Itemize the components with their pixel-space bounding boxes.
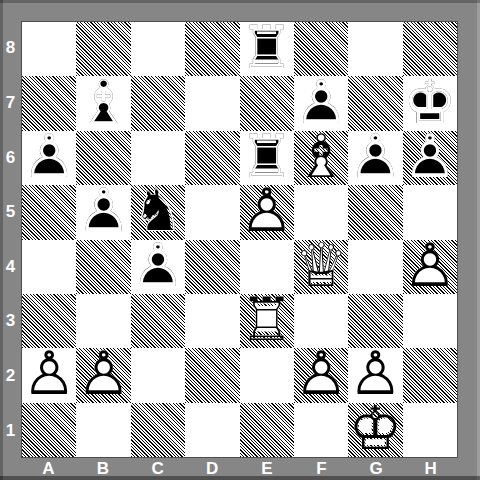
- file-label-e: E: [240, 458, 295, 479]
- black-pawn-icon: ♙: [22, 126, 76, 186]
- square-g6[interactable]: ♟♙: [348, 131, 402, 185]
- piece-white-pawn[interactable]: ♟♙: [348, 348, 402, 402]
- black-bishop-icon: ♗: [77, 71, 131, 131]
- rank-label-6: 6: [0, 130, 21, 185]
- square-d3[interactable]: [185, 294, 239, 348]
- square-e6[interactable]: ♜♖: [240, 131, 294, 185]
- white-rook-silhouette: ♜: [240, 289, 294, 349]
- piece-white-queen[interactable]: ♛♕: [294, 240, 348, 294]
- white-king-icon: ♔: [349, 397, 403, 457]
- square-f4[interactable]: ♛♕: [294, 240, 348, 294]
- square-d1[interactable]: [185, 403, 239, 457]
- square-a3[interactable]: [22, 294, 76, 348]
- square-e8[interactable]: ♜♖: [240, 22, 294, 76]
- white-rook-icon: ♖: [240, 289, 294, 349]
- square-e3[interactable]: ♜♖: [240, 294, 294, 348]
- square-b4[interactable]: [76, 240, 130, 294]
- square-g4[interactable]: [348, 240, 402, 294]
- piece-white-pawn[interactable]: ♟♙: [240, 185, 294, 239]
- black-bishop-silhouette: ♝: [77, 71, 131, 131]
- square-c3[interactable]: [131, 294, 185, 348]
- white-pawn-silhouette: ♟: [403, 234, 457, 294]
- square-f8[interactable]: [294, 22, 348, 76]
- rank-label-5: 5: [0, 185, 21, 240]
- square-d2[interactable]: [185, 348, 239, 402]
- square-a1[interactable]: [22, 403, 76, 457]
- file-labels: ABCDEFGH: [21, 458, 458, 479]
- black-pawn-silhouette: ♟: [22, 126, 76, 186]
- file-label-g: G: [349, 458, 404, 479]
- piece-black-pawn[interactable]: ♟♙: [348, 131, 402, 185]
- piece-white-pawn[interactable]: ♟♙: [76, 348, 130, 402]
- square-b2[interactable]: ♟♙: [76, 348, 130, 402]
- square-c7[interactable]: [131, 76, 185, 130]
- square-d5[interactable]: [185, 185, 239, 239]
- rank-label-3: 3: [0, 294, 21, 349]
- piece-black-pawn[interactable]: ♟♙: [131, 240, 185, 294]
- black-pawn-icon: ♙: [294, 71, 348, 131]
- white-king-silhouette: ♚: [349, 397, 403, 457]
- file-label-d: D: [185, 458, 240, 479]
- square-c8[interactable]: [131, 22, 185, 76]
- black-rook-silhouette: ♜: [240, 17, 294, 77]
- square-a6[interactable]: ♟♙: [22, 131, 76, 185]
- piece-black-pawn[interactable]: ♟♙: [76, 185, 130, 239]
- square-f3[interactable]: [294, 294, 348, 348]
- square-g5[interactable]: [348, 185, 402, 239]
- square-h1[interactable]: [403, 403, 457, 457]
- black-pawn-silhouette: ♟: [349, 126, 403, 186]
- piece-white-pawn[interactable]: ♟♙: [294, 348, 348, 402]
- square-h2[interactable]: [403, 348, 457, 402]
- square-c2[interactable]: [131, 348, 185, 402]
- black-pawn-icon: ♙: [349, 126, 403, 186]
- black-pawn-silhouette: ♟: [77, 180, 131, 240]
- square-a5[interactable]: [22, 185, 76, 239]
- black-pawn-icon: ♙: [403, 126, 457, 186]
- file-label-a: A: [21, 458, 76, 479]
- board-frame: 87654321 ABCDEFGH ♜♖♝♗♟♙♚♔♟♙♜♖♝♗♟♙♟♙♟♙♞♘…: [0, 0, 480, 480]
- white-pawn-icon: ♙: [294, 343, 348, 403]
- square-a4[interactable]: [22, 240, 76, 294]
- rank-label-1: 1: [0, 403, 21, 458]
- black-pawn-icon: ♙: [131, 234, 185, 294]
- square-b7[interactable]: ♝♗: [76, 76, 130, 130]
- square-g1[interactable]: ♚♔: [348, 403, 402, 457]
- black-rook-icon: ♖: [240, 126, 294, 186]
- white-pawn-silhouette: ♟: [22, 343, 76, 403]
- square-b5[interactable]: ♟♙: [76, 185, 130, 239]
- square-g2[interactable]: ♟♙: [348, 348, 402, 402]
- square-h6[interactable]: ♟♙: [403, 131, 457, 185]
- square-f5[interactable]: [294, 185, 348, 239]
- square-c5[interactable]: ♞♘: [131, 185, 185, 239]
- square-e5[interactable]: ♟♙: [240, 185, 294, 239]
- square-h3[interactable]: [403, 294, 457, 348]
- square-f2[interactable]: ♟♙: [294, 348, 348, 402]
- square-g8[interactable]: [348, 22, 402, 76]
- square-b8[interactable]: [76, 22, 130, 76]
- square-g3[interactable]: [348, 294, 402, 348]
- file-label-c: C: [130, 458, 185, 479]
- square-h7[interactable]: ♚♔: [403, 76, 457, 130]
- square-e2[interactable]: [240, 348, 294, 402]
- square-c6[interactable]: [131, 131, 185, 185]
- piece-black-rook[interactable]: ♜♖: [240, 22, 294, 76]
- square-a2[interactable]: ♟♙: [22, 348, 76, 402]
- square-h4[interactable]: ♟♙: [403, 240, 457, 294]
- white-bishop-icon: ♗: [294, 126, 348, 186]
- square-c1[interactable]: [131, 403, 185, 457]
- piece-black-rook[interactable]: ♜♖: [240, 131, 294, 185]
- black-king-silhouette: ♚: [403, 71, 457, 131]
- rank-label-8: 8: [0, 21, 21, 76]
- white-pawn-icon: ♙: [22, 343, 76, 403]
- square-h8[interactable]: [403, 22, 457, 76]
- file-label-b: B: [76, 458, 131, 479]
- square-f1[interactable]: [294, 403, 348, 457]
- black-pawn-silhouette: ♟: [294, 71, 348, 131]
- rank-label-2: 2: [0, 349, 21, 404]
- chess-board: ♜♖♝♗♟♙♚♔♟♙♜♖♝♗♟♙♟♙♟♙♞♘♟♙♟♙♛♕♟♙♜♖♟♙♟♙♟♙♟♙…: [21, 21, 458, 458]
- rank-labels: 87654321: [0, 21, 21, 458]
- white-queen-icon: ♕: [294, 234, 348, 294]
- piece-white-king[interactable]: ♚♔: [348, 403, 402, 457]
- square-f6[interactable]: ♝♗: [294, 131, 348, 185]
- square-f7[interactable]: ♟♙: [294, 76, 348, 130]
- square-d6[interactable]: [185, 131, 239, 185]
- square-d8[interactable]: [185, 22, 239, 76]
- white-pawn-icon: ♙: [349, 343, 403, 403]
- piece-black-king[interactable]: ♚♔: [403, 76, 457, 130]
- white-bishop-silhouette: ♝: [294, 126, 348, 186]
- white-pawn-silhouette: ♟: [240, 180, 294, 240]
- piece-white-pawn[interactable]: ♟♙: [403, 240, 457, 294]
- square-c4[interactable]: ♟♙: [131, 240, 185, 294]
- square-d7[interactable]: [185, 76, 239, 130]
- black-king-icon: ♔: [403, 71, 457, 131]
- square-b1[interactable]: [76, 403, 130, 457]
- square-a7[interactable]: [22, 76, 76, 130]
- piece-black-pawn[interactable]: ♟♙: [22, 131, 76, 185]
- piece-white-rook[interactable]: ♜♖: [240, 294, 294, 348]
- square-e4[interactable]: [240, 240, 294, 294]
- piece-black-pawn[interactable]: ♟♙: [403, 131, 457, 185]
- black-knight-icon: ♘: [131, 180, 185, 240]
- black-rook-silhouette: ♜: [240, 126, 294, 186]
- square-e7[interactable]: [240, 76, 294, 130]
- black-rook-icon: ♖: [240, 17, 294, 77]
- piece-white-pawn[interactable]: ♟♙: [22, 348, 76, 402]
- rank-label-7: 7: [0, 76, 21, 131]
- square-g7[interactable]: [348, 76, 402, 130]
- square-a8[interactable]: [22, 22, 76, 76]
- white-pawn-icon: ♙: [240, 180, 294, 240]
- white-pawn-icon: ♙: [77, 343, 131, 403]
- rank-label-4: 4: [0, 240, 21, 295]
- white-queen-silhouette: ♛: [294, 234, 348, 294]
- square-e1[interactable]: [240, 403, 294, 457]
- white-pawn-silhouette: ♟: [77, 343, 131, 403]
- piece-black-bishop[interactable]: ♝♗: [76, 76, 130, 130]
- black-pawn-icon: ♙: [77, 180, 131, 240]
- file-label-h: H: [403, 458, 458, 479]
- black-knight-silhouette: ♞: [131, 180, 185, 240]
- black-pawn-silhouette: ♟: [403, 126, 457, 186]
- square-b3[interactable]: [76, 294, 130, 348]
- white-pawn-silhouette: ♟: [294, 343, 348, 403]
- piece-white-bishop[interactable]: ♝♗: [294, 131, 348, 185]
- square-b6[interactable]: [76, 131, 130, 185]
- piece-black-pawn[interactable]: ♟♙: [294, 76, 348, 130]
- black-pawn-silhouette: ♟: [131, 234, 185, 294]
- square-d4[interactable]: [185, 240, 239, 294]
- square-h5[interactable]: [403, 185, 457, 239]
- piece-black-knight[interactable]: ♞♘: [131, 185, 185, 239]
- white-pawn-silhouette: ♟: [349, 343, 403, 403]
- file-label-f: F: [294, 458, 349, 479]
- white-pawn-icon: ♙: [403, 234, 457, 294]
